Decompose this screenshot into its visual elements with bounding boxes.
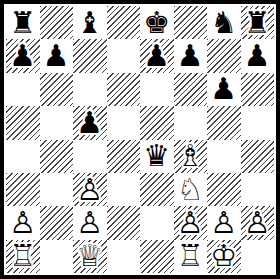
square-f2[interactable]: ♟♙: [174, 206, 208, 239]
square-a8[interactable]: ♜: [6, 6, 40, 39]
square-d7[interactable]: [107, 39, 141, 72]
square-g2[interactable]: ♟♙: [207, 206, 241, 239]
piece-outline-layer: ♙: [73, 206, 107, 239]
square-b6[interactable]: [40, 73, 74, 106]
piece-outline-layer: ♖: [174, 240, 208, 273]
piece-outline-layer: ♙: [6, 206, 40, 239]
square-b7[interactable]: ♟: [40, 39, 74, 72]
chess-diagram: ♜♝♚♞♜♟♟♟♟♟♟♟♛♝♗♟♙♞♘♟♙♟♙♟♙♟♙♟♙♜♖♛♕♜♖♚♔: [0, 0, 280, 279]
square-c8[interactable]: ♝: [73, 6, 107, 39]
piece-white-pawn: ♟♙: [6, 206, 40, 239]
square-e3[interactable]: [140, 173, 174, 206]
square-f3[interactable]: ♞♘: [174, 173, 208, 206]
piece-black-pawn: ♟: [207, 73, 241, 106]
square-a7[interactable]: ♟: [6, 39, 40, 72]
piece-white-pawn: ♟♙: [207, 206, 241, 239]
square-d6[interactable]: [107, 73, 141, 106]
square-b3[interactable]: [40, 173, 74, 206]
square-c7[interactable]: [73, 39, 107, 72]
piece-outline-layer: ♔: [207, 240, 241, 273]
square-e2[interactable]: [140, 206, 174, 239]
square-g8[interactable]: ♞: [207, 6, 241, 39]
square-g1[interactable]: ♚♔: [207, 240, 241, 273]
piece-white-rook: ♜♖: [174, 240, 208, 273]
square-e5[interactable]: [140, 106, 174, 139]
square-a4[interactable]: [6, 140, 40, 173]
square-b1[interactable]: [40, 240, 74, 273]
square-h1[interactable]: [241, 240, 275, 273]
square-g5[interactable]: [207, 106, 241, 139]
square-d8[interactable]: [107, 6, 141, 39]
square-f7[interactable]: ♟: [174, 39, 208, 72]
piece-black-king: ♚: [140, 6, 174, 39]
square-c5[interactable]: ♟: [73, 106, 107, 139]
piece-white-pawn: ♟♙: [174, 206, 208, 239]
square-e8[interactable]: ♚: [140, 6, 174, 39]
square-h3[interactable]: [241, 173, 275, 206]
piece-outline-layer: ♖: [6, 240, 40, 273]
square-h8[interactable]: ♜: [241, 6, 275, 39]
piece-white-bishop: ♝♗: [174, 140, 208, 173]
square-f1[interactable]: ♜♖: [174, 240, 208, 273]
piece-white-pawn: ♟♙: [73, 173, 107, 206]
square-a5[interactable]: [6, 106, 40, 139]
piece-outline-layer: ♙: [241, 206, 275, 239]
piece-black-pawn: ♟: [73, 106, 107, 139]
piece-outline-layer: ♘: [174, 173, 208, 206]
piece-black-queen: ♛: [140, 140, 174, 173]
piece-white-queen: ♛♕: [73, 240, 107, 273]
piece-black-pawn: ♟: [174, 39, 208, 72]
square-c2[interactable]: ♟♙: [73, 206, 107, 239]
piece-outline-layer: ♕: [73, 240, 107, 273]
square-g4[interactable]: [207, 140, 241, 173]
piece-white-pawn: ♟♙: [241, 206, 275, 239]
square-g6[interactable]: ♟: [207, 73, 241, 106]
square-h2[interactable]: ♟♙: [241, 206, 275, 239]
square-a2[interactable]: ♟♙: [6, 206, 40, 239]
piece-white-knight: ♞♘: [174, 173, 208, 206]
square-h5[interactable]: [241, 106, 275, 139]
square-g3[interactable]: [207, 173, 241, 206]
square-d4[interactable]: [107, 140, 141, 173]
piece-white-rook: ♜♖: [6, 240, 40, 273]
square-d5[interactable]: [107, 106, 141, 139]
square-d3[interactable]: [107, 173, 141, 206]
piece-black-bishop: ♝: [73, 6, 107, 39]
square-f6[interactable]: [174, 73, 208, 106]
piece-black-rook: ♜: [6, 6, 40, 39]
square-c4[interactable]: [73, 140, 107, 173]
board-grid: ♜♝♚♞♜♟♟♟♟♟♟♟♛♝♗♟♙♞♘♟♙♟♙♟♙♟♙♟♙♜♖♛♕♜♖♚♔: [6, 6, 274, 273]
piece-black-rook: ♜: [241, 6, 275, 39]
square-b5[interactable]: [40, 106, 74, 139]
piece-white-pawn: ♟♙: [73, 206, 107, 239]
square-e4[interactable]: ♛: [140, 140, 174, 173]
square-f4[interactable]: ♝♗: [174, 140, 208, 173]
piece-black-pawn: ♟: [241, 39, 275, 72]
piece-outline-layer: ♙: [174, 206, 208, 239]
square-e1[interactable]: [140, 240, 174, 273]
square-h7[interactable]: ♟: [241, 39, 275, 72]
square-g7[interactable]: [207, 39, 241, 72]
piece-black-knight: ♞: [207, 6, 241, 39]
square-b8[interactable]: [40, 6, 74, 39]
piece-white-king: ♚♔: [207, 240, 241, 273]
piece-outline-layer: ♗: [174, 140, 208, 173]
square-e6[interactable]: [140, 73, 174, 106]
square-c6[interactable]: [73, 73, 107, 106]
square-d1[interactable]: [107, 240, 141, 273]
square-b2[interactable]: [40, 206, 74, 239]
square-b4[interactable]: [40, 140, 74, 173]
square-h6[interactable]: [241, 73, 275, 106]
square-d2[interactable]: [107, 206, 141, 239]
square-a3[interactable]: [6, 173, 40, 206]
square-c1[interactable]: ♛♕: [73, 240, 107, 273]
piece-black-pawn: ♟: [40, 39, 74, 72]
square-a6[interactable]: [6, 73, 40, 106]
piece-black-pawn: ♟: [140, 39, 174, 72]
square-a1[interactable]: ♜♖: [6, 240, 40, 273]
square-f5[interactable]: [174, 106, 208, 139]
piece-black-pawn: ♟: [6, 39, 40, 72]
square-c3[interactable]: ♟♙: [73, 173, 107, 206]
square-h4[interactable]: [241, 140, 275, 173]
piece-outline-layer: ♙: [73, 173, 107, 206]
square-f8[interactable]: [174, 6, 208, 39]
square-e7[interactable]: ♟: [140, 39, 174, 72]
piece-outline-layer: ♙: [207, 206, 241, 239]
